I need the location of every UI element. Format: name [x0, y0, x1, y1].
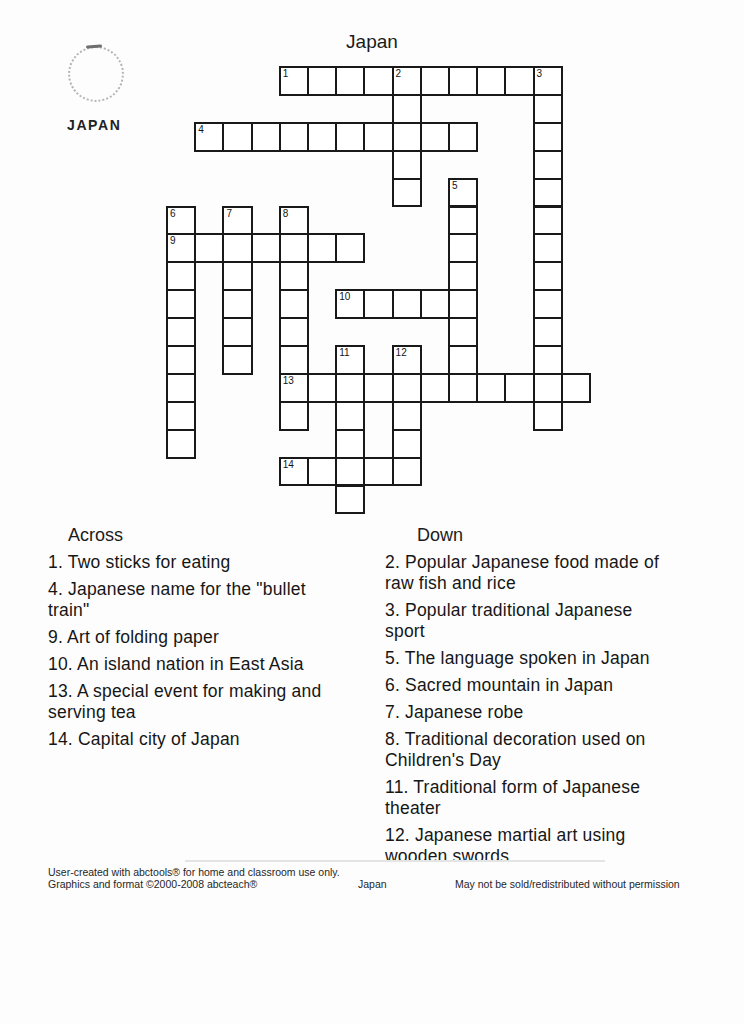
- cell-r1c7[interactable]: [335, 66, 365, 96]
- cell-r4c9[interactable]: [392, 150, 422, 180]
- cell-r11c11[interactable]: [448, 345, 478, 375]
- cell-r11c14[interactable]: [533, 345, 563, 375]
- cell-r12c13[interactable]: [504, 373, 534, 403]
- cell-r12c7[interactable]: [335, 373, 365, 403]
- cell-r15c5[interactable]: 14: [279, 457, 309, 487]
- cell-r10c5[interactable]: [279, 317, 309, 347]
- cell-r9c3[interactable]: [222, 289, 252, 319]
- scan-artifact: [185, 860, 605, 862]
- cell-r5c14[interactable]: [533, 178, 563, 208]
- cell-r15c6[interactable]: [307, 457, 337, 487]
- clue-across-10: 10. An island nation in East Asia: [48, 654, 380, 675]
- clue-down-3: 3. Popular traditional Japanese sport: [385, 600, 733, 642]
- cell-r7c7[interactable]: [335, 233, 365, 263]
- worksheet-label: JAPAN: [67, 117, 121, 133]
- cell-r13c14[interactable]: [533, 401, 563, 431]
- cell-r10c1[interactable]: [166, 317, 196, 347]
- cell-r3c6[interactable]: [307, 122, 337, 152]
- cell-r9c1[interactable]: [166, 289, 196, 319]
- clue-across-14: 14. Capital city of Japan: [48, 729, 380, 750]
- cell-r1c10[interactable]: [420, 66, 450, 96]
- footer-usage-note: User-created with abctools® for home and…: [48, 866, 340, 878]
- clue-number-5: 5: [452, 180, 458, 191]
- cell-r6c11[interactable]: [448, 206, 478, 236]
- cell-r7c5[interactable]: [279, 233, 309, 263]
- cell-r1c13[interactable]: [504, 66, 534, 96]
- cell-r12c11[interactable]: [448, 373, 478, 403]
- clue-number-3: 3: [537, 68, 543, 79]
- footer-permission-note: May not be sold/redistributed without pe…: [455, 878, 680, 890]
- cell-r4c14[interactable]: [533, 150, 563, 180]
- cell-r3c11[interactable]: [448, 122, 478, 152]
- cell-r12c5[interactable]: 13: [279, 373, 309, 403]
- cell-r7c3[interactable]: [222, 233, 252, 263]
- cell-r11c9[interactable]: 12: [392, 345, 422, 375]
- cell-r3c5[interactable]: [279, 122, 309, 152]
- clue-number-11: 11: [339, 347, 349, 358]
- footer-puzzle-name: Japan: [358, 878, 387, 890]
- cell-r3c8[interactable]: [363, 122, 393, 152]
- cell-r11c7[interactable]: 11: [335, 345, 365, 375]
- clue-down-11: 11. Traditional form of Japanese theater: [385, 777, 733, 819]
- cell-r14c9[interactable]: [392, 429, 422, 459]
- down-clue-list: 2. Popular Japanese food made of raw fis…: [385, 552, 733, 867]
- cell-r12c9[interactable]: [392, 373, 422, 403]
- crossword-worksheet: Japan JAPAN 1234567891011121314 Across 1…: [0, 0, 744, 1024]
- cell-r6c3[interactable]: 7: [222, 206, 252, 236]
- cell-r15c7[interactable]: [335, 457, 365, 487]
- cell-r9c14[interactable]: [533, 289, 563, 319]
- cell-r9c10[interactable]: [420, 289, 450, 319]
- clue-down-2: 2. Popular Japanese food made of raw fis…: [385, 552, 733, 594]
- cell-r12c14[interactable]: [533, 373, 563, 403]
- clue-down-8: 8. Traditional decoration used on Childr…: [385, 729, 733, 771]
- cell-r9c7[interactable]: 10: [335, 289, 365, 319]
- cell-r15c8[interactable]: [363, 457, 393, 487]
- clue-number-4: 4: [198, 124, 204, 135]
- clue-across-1: 1. Two sticks for eating: [48, 552, 380, 573]
- cell-r1c6[interactable]: [307, 66, 337, 96]
- cell-r3c10[interactable]: [420, 122, 450, 152]
- cell-r7c2[interactable]: [194, 233, 224, 263]
- clue-number-8: 8: [283, 208, 289, 219]
- cell-r3c9[interactable]: [392, 122, 422, 152]
- cell-r12c12[interactable]: [476, 373, 506, 403]
- clue-number-13: 13: [283, 375, 294, 386]
- cell-r9c11[interactable]: [448, 289, 478, 319]
- clue-number-12: 12: [396, 347, 407, 358]
- cell-r8c5[interactable]: [279, 261, 309, 291]
- cell-r12c10[interactable]: [420, 373, 450, 403]
- cell-r7c4[interactable]: [251, 233, 281, 263]
- cell-r7c6[interactable]: [307, 233, 337, 263]
- cell-r3c2[interactable]: 4: [194, 122, 224, 152]
- cell-r8c14[interactable]: [533, 261, 563, 291]
- cell-r5c11[interactable]: 5: [448, 178, 478, 208]
- cell-r5c9[interactable]: [392, 178, 422, 208]
- cell-r2c9[interactable]: [392, 94, 422, 124]
- cell-r1c5[interactable]: 1: [279, 66, 309, 96]
- down-header: Down: [417, 524, 733, 546]
- cell-r13c9[interactable]: [392, 401, 422, 431]
- cell-r3c14[interactable]: [533, 122, 563, 152]
- cell-r1c12[interactable]: [476, 66, 506, 96]
- cell-r6c1[interactable]: 6: [166, 206, 196, 236]
- cell-r15c9[interactable]: [392, 457, 422, 487]
- across-clue-list: 1. Two sticks for eating4. Japanese name…: [48, 552, 380, 750]
- cell-r3c3[interactable]: [222, 122, 252, 152]
- across-header: Across: [68, 524, 380, 546]
- cell-r12c1[interactable]: [166, 373, 196, 403]
- cell-r16c7[interactable]: [335, 485, 365, 515]
- footer-copyright: Graphics and format ©2000-2008 abcteach®: [48, 878, 257, 890]
- cell-r1c14[interactable]: 3: [533, 66, 563, 96]
- crossword-grid: 1234567891011121314: [166, 66, 590, 513]
- cell-r1c9[interactable]: 2: [392, 66, 422, 96]
- cell-r14c7[interactable]: [335, 429, 365, 459]
- abcteach-logo-icon: [68, 46, 124, 102]
- clue-down-6: 6. Sacred mountain in Japan: [385, 675, 733, 696]
- clue-down-5: 5. The language spoken in Japan: [385, 648, 733, 669]
- cell-r12c15[interactable]: [561, 373, 591, 403]
- clue-across-13: 13. A special event for making and servi…: [48, 681, 380, 723]
- cell-r9c5[interactable]: [279, 289, 309, 319]
- puzzle-title: Japan: [0, 31, 744, 53]
- clue-down-7: 7. Japanese robe: [385, 702, 733, 723]
- clue-number-2: 2: [396, 68, 402, 79]
- clue-across-4: 4. Japanese name for the "bullet train": [48, 579, 380, 621]
- clue-number-14: 14: [283, 459, 294, 470]
- cell-r6c14[interactable]: [533, 206, 563, 236]
- cell-r1c11[interactable]: [448, 66, 478, 96]
- cell-r6c5[interactable]: 8: [279, 206, 309, 236]
- cell-r8c11[interactable]: [448, 261, 478, 291]
- cell-r13c7[interactable]: [335, 401, 365, 431]
- clue-across-9: 9. Art of folding paper: [48, 627, 380, 648]
- cell-r3c7[interactable]: [335, 122, 365, 152]
- clue-number-6: 6: [170, 208, 176, 219]
- down-clues-section: Down 2. Popular Japanese food made of ra…: [385, 524, 733, 867]
- cell-r9c9[interactable]: [392, 289, 422, 319]
- cell-r8c3[interactable]: [222, 261, 252, 291]
- cell-r2c14[interactable]: [533, 94, 563, 124]
- cell-r10c11[interactable]: [448, 317, 478, 347]
- cell-r10c3[interactable]: [222, 317, 252, 347]
- cell-r11c3[interactable]: [222, 345, 252, 375]
- cell-r11c5[interactable]: [279, 345, 309, 375]
- cell-r9c8[interactable]: [363, 289, 393, 319]
- clue-number-7: 7: [226, 208, 232, 219]
- cell-r11c1[interactable]: [166, 345, 196, 375]
- logo-dash-icon: [86, 44, 102, 48]
- cell-r12c8[interactable]: [363, 373, 393, 403]
- clue-number-10: 10: [339, 291, 350, 302]
- clue-number-9: 9: [170, 235, 176, 246]
- cell-r7c1[interactable]: 9: [166, 233, 196, 263]
- across-clues-section: Across 1. Two sticks for eating4. Japane…: [48, 524, 380, 750]
- cell-r1c8[interactable]: [363, 66, 393, 96]
- cell-r10c14[interactable]: [533, 317, 563, 347]
- cell-r14c1[interactable]: [166, 429, 196, 459]
- cell-r13c1[interactable]: [166, 401, 196, 431]
- clue-number-1: 1: [283, 68, 289, 79]
- cell-r13c5[interactable]: [279, 401, 309, 431]
- cell-r12c6[interactable]: [307, 373, 337, 403]
- cell-r3c4[interactable]: [251, 122, 281, 152]
- cell-r7c11[interactable]: [448, 233, 478, 263]
- cell-r7c14[interactable]: [533, 233, 563, 263]
- cell-r8c1[interactable]: [166, 261, 196, 291]
